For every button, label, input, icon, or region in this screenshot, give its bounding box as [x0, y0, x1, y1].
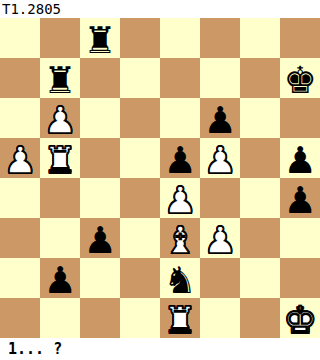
piece-black-pawn[interactable]: ♟︎ — [283, 142, 316, 179]
piece-black-rook[interactable]: ♜︎ — [43, 62, 76, 99]
square-b2[interactable]: ♟︎ — [40, 258, 80, 298]
square-e2[interactable]: ♞︎ — [160, 258, 200, 298]
square-c1[interactable] — [80, 298, 120, 338]
square-c2[interactable] — [80, 258, 120, 298]
square-b4[interactable] — [40, 178, 80, 218]
square-e4[interactable]: ♟︎ — [160, 178, 200, 218]
square-d2[interactable] — [120, 258, 160, 298]
piece-white-pawn[interactable]: ♟︎ — [3, 142, 36, 179]
square-b6[interactable]: ♟︎ — [40, 98, 80, 138]
square-d5[interactable] — [120, 138, 160, 178]
square-f6[interactable]: ♟︎ — [200, 98, 240, 138]
square-h8[interactable] — [280, 18, 320, 58]
square-b3[interactable] — [40, 218, 80, 258]
square-a5[interactable]: ♟︎ — [0, 138, 40, 178]
square-c8[interactable]: ♜︎ — [80, 18, 120, 58]
square-d4[interactable] — [120, 178, 160, 218]
puzzle-id: T1.2805 — [2, 1, 61, 17]
piece-black-knight[interactable]: ♞︎ — [163, 262, 196, 299]
piece-white-rook[interactable]: ♜︎ — [43, 142, 76, 179]
chess-board: ♜︎♜︎♚︎♟︎♟︎♟︎♜︎♟︎♟︎♟︎♟︎♟︎♟︎♝︎♟︎♟︎♞︎♜︎♚︎ — [0, 18, 320, 338]
square-f4[interactable] — [200, 178, 240, 218]
square-h5[interactable]: ♟︎ — [280, 138, 320, 178]
square-f1[interactable] — [200, 298, 240, 338]
square-e7[interactable] — [160, 58, 200, 98]
square-d1[interactable] — [120, 298, 160, 338]
square-h1[interactable]: ♚︎ — [280, 298, 320, 338]
square-g5[interactable] — [240, 138, 280, 178]
square-h2[interactable] — [280, 258, 320, 298]
piece-black-pawn[interactable]: ♟︎ — [163, 142, 196, 179]
piece-white-rook[interactable]: ♜︎ — [163, 302, 196, 339]
piece-white-king[interactable]: ♚︎ — [283, 302, 316, 339]
square-g2[interactable] — [240, 258, 280, 298]
square-c6[interactable] — [80, 98, 120, 138]
piece-black-rook[interactable]: ♜︎ — [83, 22, 116, 59]
square-f3[interactable]: ♟︎ — [200, 218, 240, 258]
square-g4[interactable] — [240, 178, 280, 218]
square-d7[interactable] — [120, 58, 160, 98]
piece-white-pawn[interactable]: ♟︎ — [43, 102, 76, 139]
square-f2[interactable] — [200, 258, 240, 298]
piece-black-pawn[interactable]: ♟︎ — [203, 102, 236, 139]
piece-white-pawn[interactable]: ♟︎ — [163, 182, 196, 219]
square-c7[interactable] — [80, 58, 120, 98]
piece-white-bishop[interactable]: ♝︎ — [163, 222, 196, 259]
square-g3[interactable] — [240, 218, 280, 258]
square-a1[interactable] — [0, 298, 40, 338]
square-g1[interactable] — [240, 298, 280, 338]
header-bar: T1.2805 — [0, 0, 320, 18]
square-g7[interactable] — [240, 58, 280, 98]
square-c3[interactable]: ♟︎ — [80, 218, 120, 258]
square-g6[interactable] — [240, 98, 280, 138]
square-d8[interactable] — [120, 18, 160, 58]
piece-black-pawn[interactable]: ♟︎ — [283, 182, 316, 219]
square-h7[interactable]: ♚︎ — [280, 58, 320, 98]
square-f5[interactable]: ♟︎ — [200, 138, 240, 178]
square-d3[interactable] — [120, 218, 160, 258]
piece-white-pawn[interactable]: ♟︎ — [203, 142, 236, 179]
square-a2[interactable] — [0, 258, 40, 298]
piece-white-pawn[interactable]: ♟︎ — [203, 222, 236, 259]
square-a3[interactable] — [0, 218, 40, 258]
square-e8[interactable] — [160, 18, 200, 58]
square-a6[interactable] — [0, 98, 40, 138]
footer-bar: 1... ? — [0, 338, 320, 360]
square-h3[interactable] — [280, 218, 320, 258]
square-d6[interactable] — [120, 98, 160, 138]
square-f7[interactable] — [200, 58, 240, 98]
square-h6[interactable] — [280, 98, 320, 138]
square-b1[interactable] — [40, 298, 80, 338]
square-b5[interactable]: ♜︎ — [40, 138, 80, 178]
square-h4[interactable]: ♟︎ — [280, 178, 320, 218]
move-prompt: 1... ? — [8, 340, 62, 358]
square-c5[interactable] — [80, 138, 120, 178]
piece-black-king[interactable]: ♚︎ — [283, 62, 316, 99]
square-e3[interactable]: ♝︎ — [160, 218, 200, 258]
square-a4[interactable] — [0, 178, 40, 218]
square-b8[interactable] — [40, 18, 80, 58]
square-a7[interactable] — [0, 58, 40, 98]
square-e6[interactable] — [160, 98, 200, 138]
square-c4[interactable] — [80, 178, 120, 218]
square-a8[interactable] — [0, 18, 40, 58]
square-b7[interactable]: ♜︎ — [40, 58, 80, 98]
square-g8[interactable] — [240, 18, 280, 58]
piece-black-pawn[interactable]: ♟︎ — [43, 262, 76, 299]
square-f8[interactable] — [200, 18, 240, 58]
piece-black-pawn[interactable]: ♟︎ — [83, 222, 116, 259]
square-e5[interactable]: ♟︎ — [160, 138, 200, 178]
square-e1[interactable]: ♜︎ — [160, 298, 200, 338]
